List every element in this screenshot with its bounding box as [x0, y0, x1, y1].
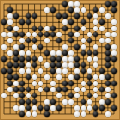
white-stone — [111, 32, 117, 38]
black-stone — [44, 87, 50, 93]
black-stone — [19, 81, 25, 87]
black-stone — [7, 26, 13, 32]
black-stone — [93, 105, 99, 111]
white-stone — [56, 93, 62, 99]
white-stone — [105, 13, 111, 19]
black-stone — [13, 62, 19, 68]
white-stone — [32, 74, 38, 80]
black-stone — [26, 19, 32, 25]
black-stone — [19, 111, 25, 117]
black-stone — [7, 7, 13, 13]
black-stone — [19, 32, 25, 38]
go-board[interactable] — [0, 0, 120, 120]
white-stone — [32, 32, 38, 38]
white-stone — [74, 7, 80, 13]
black-stone — [68, 7, 74, 13]
white-stone — [87, 68, 93, 74]
black-stone — [87, 13, 93, 19]
black-stone — [50, 56, 56, 62]
black-stone — [111, 7, 117, 13]
white-stone — [68, 74, 74, 80]
white-stone — [99, 38, 105, 44]
black-stone — [7, 62, 13, 68]
white-stone — [68, 56, 74, 62]
black-stone — [74, 13, 80, 19]
black-stone — [26, 105, 32, 111]
black-stone — [105, 56, 111, 62]
black-stone — [19, 56, 25, 62]
white-stone — [93, 62, 99, 68]
white-stone — [7, 50, 13, 56]
white-stone — [50, 81, 56, 87]
white-stone — [93, 13, 99, 19]
white-stone — [56, 74, 62, 80]
black-stone — [50, 99, 56, 105]
black-stone — [99, 68, 105, 74]
black-stone — [68, 38, 74, 44]
white-stone — [93, 44, 99, 50]
black-stone — [105, 50, 111, 56]
black-stone — [105, 99, 111, 105]
white-stone — [38, 68, 44, 74]
white-stone — [26, 111, 32, 117]
white-stone — [50, 87, 56, 93]
black-stone — [68, 81, 74, 87]
black-stone — [32, 26, 38, 32]
black-stone — [87, 74, 93, 80]
white-stone — [87, 99, 93, 105]
black-stone — [26, 13, 32, 19]
black-stone — [44, 111, 50, 117]
black-stone — [81, 50, 87, 56]
black-stone — [56, 105, 62, 111]
black-stone — [111, 81, 117, 87]
white-stone — [62, 68, 68, 74]
black-stone — [105, 44, 111, 50]
white-stone — [93, 56, 99, 62]
white-stone — [26, 93, 32, 99]
white-stone — [44, 26, 50, 32]
black-stone — [87, 93, 93, 99]
white-stone — [7, 19, 13, 25]
black-stone — [44, 50, 50, 56]
white-stone — [93, 74, 99, 80]
white-stone — [44, 74, 50, 80]
black-stone — [87, 50, 93, 56]
white-stone — [68, 50, 74, 56]
black-stone — [1, 68, 7, 74]
white-stone — [68, 99, 74, 105]
white-stone — [93, 93, 99, 99]
white-stone — [74, 111, 80, 117]
black-stone — [56, 13, 62, 19]
black-stone — [1, 19, 7, 25]
white-stone — [87, 105, 93, 111]
white-stone — [19, 38, 25, 44]
black-stone — [13, 56, 19, 62]
black-stone — [1, 56, 7, 62]
white-stone — [111, 50, 117, 56]
black-stone — [19, 93, 25, 99]
black-stone — [32, 13, 38, 19]
white-stone — [7, 13, 13, 19]
black-stone — [93, 111, 99, 117]
white-stone — [19, 50, 25, 56]
black-stone — [68, 19, 74, 25]
white-stone — [93, 81, 99, 87]
white-stone — [32, 105, 38, 111]
black-stone — [62, 1, 68, 7]
black-stone — [56, 38, 62, 44]
white-stone — [7, 32, 13, 38]
black-stone — [81, 68, 87, 74]
white-stone — [105, 87, 111, 93]
black-stone — [38, 32, 44, 38]
black-stone — [44, 105, 50, 111]
white-stone — [81, 105, 87, 111]
white-stone — [62, 44, 68, 50]
white-stone — [26, 62, 32, 68]
white-stone — [38, 81, 44, 87]
black-stone — [68, 32, 74, 38]
black-stone — [74, 26, 80, 32]
white-stone — [44, 38, 50, 44]
black-stone — [93, 50, 99, 56]
white-stone — [99, 7, 105, 13]
white-stone — [105, 111, 111, 117]
black-stone — [32, 56, 38, 62]
white-stone — [93, 19, 99, 25]
white-stone — [26, 50, 32, 56]
white-stone — [26, 68, 32, 74]
white-stone — [13, 81, 19, 87]
white-stone — [38, 87, 44, 93]
black-stone — [50, 68, 56, 74]
black-stone — [50, 7, 56, 13]
white-stone — [56, 50, 62, 56]
white-stone — [74, 1, 80, 7]
white-stone — [62, 56, 68, 62]
black-stone — [19, 87, 25, 93]
white-stone — [111, 19, 117, 25]
white-stone — [44, 62, 50, 68]
white-stone — [87, 56, 93, 62]
white-stone — [13, 93, 19, 99]
black-stone — [32, 93, 38, 99]
white-stone — [74, 87, 80, 93]
white-stone — [56, 32, 62, 38]
black-stone — [62, 87, 68, 93]
white-stone — [50, 50, 56, 56]
white-stone — [62, 62, 68, 68]
black-stone — [56, 62, 62, 68]
black-stone — [19, 62, 25, 68]
black-stone — [105, 1, 111, 7]
black-stone — [13, 74, 19, 80]
white-stone — [32, 81, 38, 87]
black-stone — [105, 62, 111, 68]
black-stone — [62, 50, 68, 56]
white-stone — [44, 99, 50, 105]
black-stone — [105, 81, 111, 87]
white-stone — [93, 87, 99, 93]
black-stone — [50, 62, 56, 68]
board-intersections — [1, 1, 117, 117]
black-stone — [68, 93, 74, 99]
black-stone — [7, 81, 13, 87]
black-stone — [7, 74, 13, 80]
white-stone — [74, 32, 80, 38]
black-stone — [111, 1, 117, 7]
black-stone — [99, 105, 105, 111]
white-stone — [105, 38, 111, 44]
black-stone — [32, 99, 38, 105]
black-stone — [7, 68, 13, 74]
black-stone — [81, 19, 87, 25]
black-stone — [26, 87, 32, 93]
white-stone — [93, 26, 99, 32]
white-stone — [81, 111, 87, 117]
black-stone — [19, 99, 25, 105]
black-stone — [93, 32, 99, 38]
white-stone — [1, 32, 7, 38]
white-stone — [19, 68, 25, 74]
black-stone — [111, 93, 117, 99]
black-stone — [19, 19, 25, 25]
black-stone — [26, 74, 32, 80]
white-stone — [32, 111, 38, 117]
black-stone — [87, 81, 93, 87]
black-stone — [26, 99, 32, 105]
black-stone — [26, 38, 32, 44]
black-stone — [38, 26, 44, 32]
black-stone — [111, 105, 117, 111]
black-stone — [32, 38, 38, 44]
black-stone — [74, 56, 80, 62]
black-stone — [74, 44, 80, 50]
black-stone — [105, 74, 111, 80]
black-stone — [50, 26, 56, 32]
black-stone — [19, 44, 25, 50]
black-stone — [26, 56, 32, 62]
white-stone — [105, 93, 111, 99]
white-stone — [81, 38, 87, 44]
black-stone — [62, 26, 68, 32]
black-stone — [13, 50, 19, 56]
black-stone — [50, 32, 56, 38]
white-stone — [1, 93, 7, 99]
white-stone — [50, 105, 56, 111]
black-stone — [56, 56, 62, 62]
white-stone — [19, 105, 25, 111]
white-stone — [81, 87, 87, 93]
white-stone — [81, 44, 87, 50]
white-stone — [56, 68, 62, 74]
black-stone — [111, 68, 117, 74]
white-stone — [74, 93, 80, 99]
black-stone — [13, 32, 19, 38]
black-stone — [87, 38, 93, 44]
white-stone — [99, 74, 105, 80]
white-stone — [62, 99, 68, 105]
black-stone — [56, 87, 62, 93]
black-stone — [13, 13, 19, 19]
white-stone — [13, 26, 19, 32]
black-stone — [44, 32, 50, 38]
white-stone — [7, 38, 13, 44]
white-stone — [32, 44, 38, 50]
white-stone — [74, 68, 80, 74]
black-stone — [32, 62, 38, 68]
black-stone — [13, 87, 19, 93]
white-stone — [13, 44, 19, 50]
white-stone — [38, 56, 44, 62]
hoshi-point — [58, 21, 60, 23]
black-stone — [38, 44, 44, 50]
white-stone — [99, 26, 105, 32]
black-stone — [81, 99, 87, 105]
black-stone — [74, 62, 80, 68]
white-stone — [26, 32, 32, 38]
black-stone — [111, 56, 117, 62]
black-stone — [81, 62, 87, 68]
black-stone — [99, 87, 105, 93]
white-stone — [81, 81, 87, 87]
white-stone — [81, 7, 87, 13]
white-stone — [68, 62, 74, 68]
white-stone — [74, 105, 80, 111]
board-intersection[interactable] — [111, 111, 117, 117]
white-stone — [1, 44, 7, 50]
white-stone — [68, 1, 74, 7]
white-stone — [111, 26, 117, 32]
white-stone — [105, 32, 111, 38]
white-stone — [62, 19, 68, 25]
black-stone — [93, 7, 99, 13]
white-stone — [87, 32, 93, 38]
white-stone — [7, 87, 13, 93]
black-stone — [38, 105, 44, 111]
white-stone — [111, 44, 117, 50]
black-stone — [74, 74, 80, 80]
white-stone — [81, 26, 87, 32]
black-stone — [62, 13, 68, 19]
white-stone — [13, 105, 19, 111]
white-stone — [44, 7, 50, 13]
black-stone — [99, 19, 105, 25]
white-stone — [99, 99, 105, 105]
black-stone — [62, 81, 68, 87]
